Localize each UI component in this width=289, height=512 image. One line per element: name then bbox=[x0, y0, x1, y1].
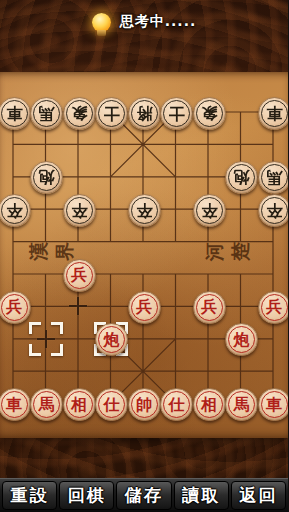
piece-black-soldier[interactable]: 卒 bbox=[258, 194, 289, 227]
piece-red-soldier[interactable]: 兵 bbox=[63, 259, 96, 292]
piece-black-soldier[interactable]: 卒 bbox=[0, 194, 31, 227]
piece-black-chariot[interactable]: 車 bbox=[0, 97, 31, 130]
piece-red-soldier[interactable]: 兵 bbox=[128, 291, 161, 324]
board[interactable]: 漢界 河楚 車馬象士將士象車炮炮馬卒卒卒卒卒兵兵兵兵兵炮炮車馬相仕帥仕相馬車 bbox=[0, 72, 288, 438]
piece-black-cannon[interactable]: 炮 bbox=[225, 161, 258, 194]
piece-red-advisor[interactable]: 仕 bbox=[95, 388, 128, 421]
piece-red-horse[interactable]: 馬 bbox=[30, 388, 63, 421]
load-button[interactable]: 讀取 bbox=[174, 481, 229, 510]
piece-red-elephant[interactable]: 相 bbox=[193, 388, 226, 421]
piece-red-chariot[interactable]: 車 bbox=[258, 388, 289, 421]
piece-black-horse[interactable]: 馬 bbox=[258, 161, 289, 194]
last-move-highlight bbox=[29, 322, 63, 356]
piece-red-cannon[interactable]: 炮 bbox=[95, 323, 128, 356]
piece-black-general[interactable]: 將 bbox=[128, 97, 161, 130]
toolbar: 重設 回棋 儲存 讀取 返回 bbox=[0, 478, 288, 512]
piece-red-advisor[interactable]: 仕 bbox=[160, 388, 193, 421]
piece-red-soldier[interactable]: 兵 bbox=[0, 291, 31, 324]
reset-button[interactable]: 重設 bbox=[2, 481, 57, 510]
back-button[interactable]: 返回 bbox=[231, 481, 286, 510]
piece-black-soldier[interactable]: 卒 bbox=[193, 194, 226, 227]
piece-red-soldier[interactable]: 兵 bbox=[193, 291, 226, 324]
vacated-point-marker bbox=[69, 297, 87, 315]
river-label-right: 河楚 bbox=[205, 242, 250, 261]
piece-black-elephant[interactable]: 象 bbox=[63, 97, 96, 130]
status-bar: 思考中..... bbox=[0, 0, 288, 44]
piece-red-chariot[interactable]: 車 bbox=[0, 388, 31, 421]
piece-black-soldier[interactable]: 卒 bbox=[63, 194, 96, 227]
piece-black-advisor[interactable]: 士 bbox=[160, 97, 193, 130]
piece-black-soldier[interactable]: 卒 bbox=[128, 194, 161, 227]
save-button[interactable]: 儲存 bbox=[116, 481, 171, 510]
piece-red-horse[interactable]: 馬 bbox=[225, 388, 258, 421]
piece-red-soldier[interactable]: 兵 bbox=[258, 291, 289, 324]
river-label-left: 漢界 bbox=[29, 242, 74, 261]
status-text: 思考中..... bbox=[120, 13, 197, 31]
piece-black-advisor[interactable]: 士 bbox=[95, 97, 128, 130]
lightbulb-icon bbox=[92, 13, 111, 32]
piece-red-general[interactable]: 帥 bbox=[128, 388, 161, 421]
piece-black-horse[interactable]: 馬 bbox=[30, 97, 63, 130]
piece-red-elephant[interactable]: 相 bbox=[63, 388, 96, 421]
piece-red-cannon[interactable]: 炮 bbox=[225, 323, 258, 356]
piece-black-chariot[interactable]: 車 bbox=[258, 97, 289, 130]
undo-button[interactable]: 回棋 bbox=[59, 481, 114, 510]
piece-black-elephant[interactable]: 象 bbox=[193, 97, 226, 130]
app-screen: 思考中..... 漢界 河楚 車馬象士將士象車炮炮馬卒卒卒卒卒兵兵兵兵兵炮炮車馬… bbox=[0, 0, 288, 512]
piece-black-cannon[interactable]: 炮 bbox=[30, 161, 63, 194]
